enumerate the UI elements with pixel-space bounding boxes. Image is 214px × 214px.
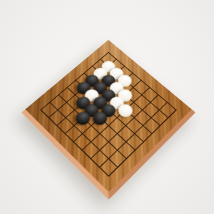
- photo-background: [0, 0, 214, 214]
- go-board: [22, 40, 196, 200]
- board-scene: [0, 0, 214, 214]
- board-grid: [40, 52, 177, 177]
